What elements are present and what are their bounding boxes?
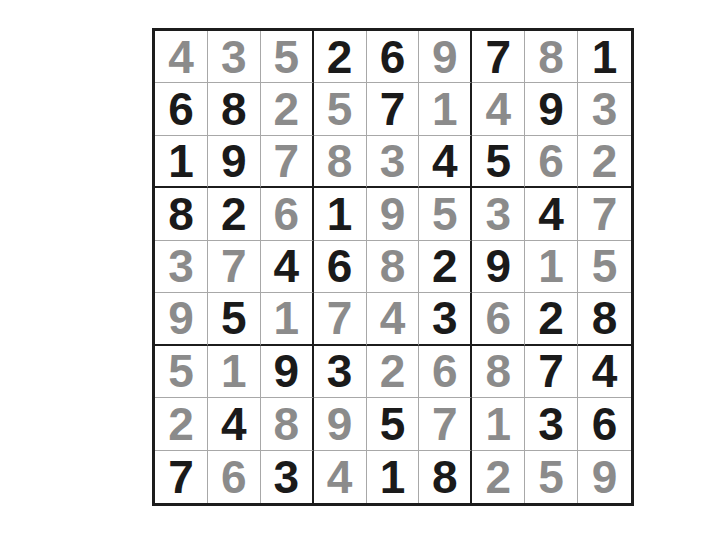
cell-r7c3[interactable]: 9 (261, 346, 314, 398)
cell-r6c1[interactable]: 9 (155, 293, 208, 345)
cell-r2c1[interactable]: 6 (155, 83, 208, 135)
cell-r2c2[interactable]: 8 (208, 83, 261, 135)
cell-r7c5[interactable]: 2 (367, 346, 420, 398)
cell-r5c7[interactable]: 9 (472, 241, 525, 293)
cell-r1c9[interactable]: 1 (578, 31, 631, 83)
cell-r8c9[interactable]: 6 (578, 398, 631, 450)
cell-r6c8[interactable]: 2 (525, 293, 578, 345)
cell-r7c9[interactable]: 4 (578, 346, 631, 398)
cell-r2c9[interactable]: 3 (578, 83, 631, 135)
cell-r9c3[interactable]: 3 (261, 451, 314, 503)
cell-r3c3[interactable]: 7 (261, 136, 314, 188)
cell-r3c4[interactable]: 8 (314, 136, 367, 188)
cell-r7c2[interactable]: 1 (208, 346, 261, 398)
cell-r3c7[interactable]: 5 (472, 136, 525, 188)
cell-r6c9[interactable]: 8 (578, 293, 631, 345)
cell-r3c2[interactable]: 9 (208, 136, 261, 188)
page: 4352697816825714931978345628261953473746… (0, 0, 720, 534)
cell-r7c4[interactable]: 3 (314, 346, 367, 398)
cell-r8c2[interactable]: 4 (208, 398, 261, 450)
cell-r9c9[interactable]: 9 (578, 451, 631, 503)
cell-r1c3[interactable]: 5 (261, 31, 314, 83)
cell-r5c8[interactable]: 1 (525, 241, 578, 293)
cell-r4c7[interactable]: 3 (472, 188, 525, 240)
cell-r2c5[interactable]: 7 (367, 83, 420, 135)
cell-r6c5[interactable]: 4 (367, 293, 420, 345)
cell-r6c7[interactable]: 6 (472, 293, 525, 345)
cell-r5c5[interactable]: 8 (367, 241, 420, 293)
cell-r9c1[interactable]: 7 (155, 451, 208, 503)
cell-r4c8[interactable]: 4 (525, 188, 578, 240)
cell-r3c1[interactable]: 1 (155, 136, 208, 188)
cell-r5c2[interactable]: 7 (208, 241, 261, 293)
cell-r4c5[interactable]: 9 (367, 188, 420, 240)
cell-r8c8[interactable]: 3 (525, 398, 578, 450)
cell-r8c5[interactable]: 5 (367, 398, 420, 450)
cell-r8c3[interactable]: 8 (261, 398, 314, 450)
cell-r5c1[interactable]: 3 (155, 241, 208, 293)
cell-r5c4[interactable]: 6 (314, 241, 367, 293)
cell-r4c4[interactable]: 1 (314, 188, 367, 240)
cell-r9c2[interactable]: 6 (208, 451, 261, 503)
cell-r5c9[interactable]: 5 (578, 241, 631, 293)
cell-r3c8[interactable]: 6 (525, 136, 578, 188)
cell-r3c5[interactable]: 3 (367, 136, 420, 188)
cell-r8c1[interactable]: 2 (155, 398, 208, 450)
cell-r2c3[interactable]: 2 (261, 83, 314, 135)
cell-r6c2[interactable]: 5 (208, 293, 261, 345)
cell-r4c9[interactable]: 7 (578, 188, 631, 240)
cell-r2c6[interactable]: 1 (419, 83, 472, 135)
cell-r1c6[interactable]: 9 (419, 31, 472, 83)
cell-r7c6[interactable]: 6 (419, 346, 472, 398)
cell-r7c7[interactable]: 8 (472, 346, 525, 398)
cell-r7c8[interactable]: 7 (525, 346, 578, 398)
cell-r2c7[interactable]: 4 (472, 83, 525, 135)
cell-r2c8[interactable]: 9 (525, 83, 578, 135)
cell-r1c2[interactable]: 3 (208, 31, 261, 83)
cell-r4c6[interactable]: 5 (419, 188, 472, 240)
cell-r4c1[interactable]: 8 (155, 188, 208, 240)
cell-r6c4[interactable]: 7 (314, 293, 367, 345)
cell-r3c9[interactable]: 2 (578, 136, 631, 188)
cell-r9c4[interactable]: 4 (314, 451, 367, 503)
cell-r7c1[interactable]: 5 (155, 346, 208, 398)
cell-r9c7[interactable]: 2 (472, 451, 525, 503)
cell-r8c4[interactable]: 9 (314, 398, 367, 450)
cell-r8c7[interactable]: 1 (472, 398, 525, 450)
cell-r3c6[interactable]: 4 (419, 136, 472, 188)
cell-r2c4[interactable]: 5 (314, 83, 367, 135)
cell-r1c1[interactable]: 4 (155, 31, 208, 83)
cell-r5c3[interactable]: 4 (261, 241, 314, 293)
cell-r1c5[interactable]: 6 (367, 31, 420, 83)
cell-r1c4[interactable]: 2 (314, 31, 367, 83)
cell-r6c6[interactable]: 3 (419, 293, 472, 345)
cell-r4c2[interactable]: 2 (208, 188, 261, 240)
cell-r9c5[interactable]: 1 (367, 451, 420, 503)
sudoku-board: 4352697816825714931978345628261953473746… (152, 28, 634, 506)
cell-r9c6[interactable]: 8 (419, 451, 472, 503)
cell-r1c8[interactable]: 8 (525, 31, 578, 83)
cell-r8c6[interactable]: 7 (419, 398, 472, 450)
cell-r1c7[interactable]: 7 (472, 31, 525, 83)
cell-r5c6[interactable]: 2 (419, 241, 472, 293)
cell-r4c3[interactable]: 6 (261, 188, 314, 240)
cell-r6c3[interactable]: 1 (261, 293, 314, 345)
cell-r9c8[interactable]: 5 (525, 451, 578, 503)
